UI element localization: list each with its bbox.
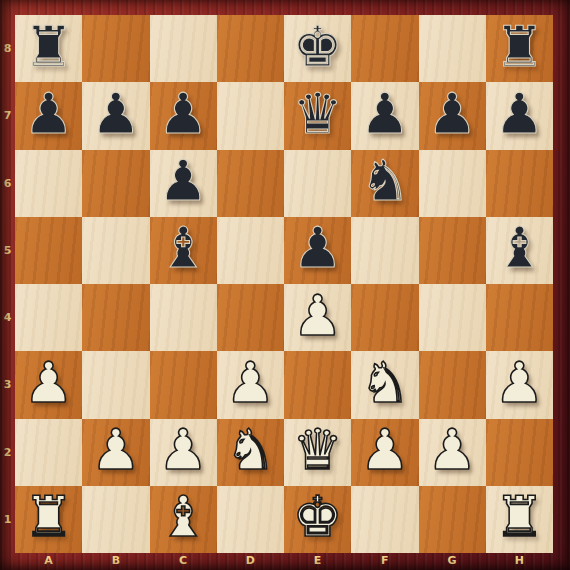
square-f6[interactable]: ♞ [351,150,418,217]
square-d2[interactable]: ♞ [217,419,284,486]
square-a6[interactable] [15,150,82,217]
square-g5[interactable] [419,217,486,284]
square-c8[interactable] [150,15,217,82]
square-h2[interactable] [486,419,553,486]
square-c3[interactable] [150,351,217,418]
piece-black-pawn: ♟ [494,86,544,142]
piece-white-pawn: ♟ [91,422,141,478]
square-f7[interactable]: ♟ [351,82,418,149]
square-e7[interactable]: ♛ [284,82,351,149]
rank-label-8: 8 [0,15,15,82]
chess-board: ♜♚♜♟♟♟♛♟♟♟♟♞♝♟♝♟♟♟♞♟♟♟♞♛♟♟♜♝♚♜ [15,15,553,553]
square-d7[interactable] [217,82,284,149]
file-label-h: H [486,553,553,570]
square-b1[interactable] [82,486,149,553]
piece-white-pawn: ♟ [24,355,74,411]
square-f3[interactable]: ♞ [351,351,418,418]
piece-white-knight: ♞ [360,355,410,411]
square-b2[interactable]: ♟ [82,419,149,486]
piece-black-king: ♚ [293,19,343,75]
piece-black-queen: ♛ [293,86,343,142]
file-label-g: G [419,553,486,570]
square-b8[interactable] [82,15,149,82]
square-a2[interactable] [15,419,82,486]
file-label-c: C [150,553,217,570]
rank-label-7: 7 [0,82,15,149]
file-label-a: A [15,553,82,570]
square-f1[interactable] [351,486,418,553]
piece-black-pawn: ♟ [91,86,141,142]
square-b4[interactable] [82,284,149,351]
piece-black-rook: ♜ [24,19,74,75]
piece-black-pawn: ♟ [158,153,208,209]
square-g6[interactable] [419,150,486,217]
square-g8[interactable] [419,15,486,82]
square-c6[interactable]: ♟ [150,150,217,217]
piece-white-queen: ♛ [293,422,343,478]
square-c5[interactable]: ♝ [150,217,217,284]
rank-labels: 87654321 [0,15,15,553]
piece-black-bishop: ♝ [494,220,544,276]
piece-white-pawn: ♟ [494,355,544,411]
square-d5[interactable] [217,217,284,284]
file-labels: ABCDEFGH [15,553,553,570]
piece-black-bishop: ♝ [158,220,208,276]
square-h6[interactable] [486,150,553,217]
square-b5[interactable] [82,217,149,284]
piece-white-pawn: ♟ [360,422,410,478]
square-e3[interactable] [284,351,351,418]
square-c2[interactable]: ♟ [150,419,217,486]
square-e8[interactable]: ♚ [284,15,351,82]
square-c1[interactable]: ♝ [150,486,217,553]
square-g3[interactable] [419,351,486,418]
square-f5[interactable] [351,217,418,284]
rank-label-3: 3 [0,351,15,418]
piece-black-pawn: ♟ [24,86,74,142]
square-h3[interactable]: ♟ [486,351,553,418]
square-h8[interactable]: ♜ [486,15,553,82]
piece-white-pawn: ♟ [158,422,208,478]
square-e5[interactable]: ♟ [284,217,351,284]
piece-white-pawn: ♟ [427,422,477,478]
square-c7[interactable]: ♟ [150,82,217,149]
piece-white-bishop: ♝ [158,489,208,545]
square-e1[interactable]: ♚ [284,486,351,553]
square-b6[interactable] [82,150,149,217]
file-label-f: F [351,553,418,570]
square-a3[interactable]: ♟ [15,351,82,418]
piece-black-pawn: ♟ [293,220,343,276]
piece-white-knight: ♞ [225,422,275,478]
square-a5[interactable] [15,217,82,284]
piece-white-pawn: ♟ [225,355,275,411]
square-a8[interactable]: ♜ [15,15,82,82]
square-h5[interactable]: ♝ [486,217,553,284]
square-a4[interactable] [15,284,82,351]
file-label-b: B [82,553,149,570]
square-c4[interactable] [150,284,217,351]
piece-black-knight: ♞ [360,153,410,209]
square-f8[interactable] [351,15,418,82]
file-label-d: D [217,553,284,570]
square-h1[interactable]: ♜ [486,486,553,553]
square-f2[interactable]: ♟ [351,419,418,486]
square-b7[interactable]: ♟ [82,82,149,149]
square-h7[interactable]: ♟ [486,82,553,149]
square-e4[interactable]: ♟ [284,284,351,351]
square-a7[interactable]: ♟ [15,82,82,149]
piece-black-pawn: ♟ [158,86,208,142]
rank-label-5: 5 [0,217,15,284]
piece-black-pawn: ♟ [427,86,477,142]
file-label-e: E [284,553,351,570]
square-g2[interactable]: ♟ [419,419,486,486]
piece-black-pawn: ♟ [360,86,410,142]
square-d1[interactable] [217,486,284,553]
square-f4[interactable] [351,284,418,351]
piece-white-rook: ♜ [494,489,544,545]
square-b3[interactable] [82,351,149,418]
square-e2[interactable]: ♛ [284,419,351,486]
square-e6[interactable] [284,150,351,217]
square-d4[interactable] [217,284,284,351]
square-a1[interactable]: ♜ [15,486,82,553]
rank-label-1: 1 [0,486,15,553]
square-d3[interactable]: ♟ [217,351,284,418]
rank-label-6: 6 [0,150,15,217]
square-h4[interactable] [486,284,553,351]
square-g7[interactable]: ♟ [419,82,486,149]
rank-label-4: 4 [0,284,15,351]
piece-white-king: ♚ [293,489,343,545]
rank-label-2: 2 [0,419,15,486]
piece-black-rook: ♜ [494,19,544,75]
chess-board-frame: 87654321 ABCDEFGH ♜♚♜♟♟♟♛♟♟♟♟♞♝♟♝♟♟♟♞♟♟♟… [0,0,570,570]
square-g4[interactable] [419,284,486,351]
square-g1[interactable] [419,486,486,553]
piece-white-rook: ♜ [24,489,74,545]
square-d6[interactable] [217,150,284,217]
piece-white-pawn: ♟ [293,288,343,344]
square-d8[interactable] [217,15,284,82]
